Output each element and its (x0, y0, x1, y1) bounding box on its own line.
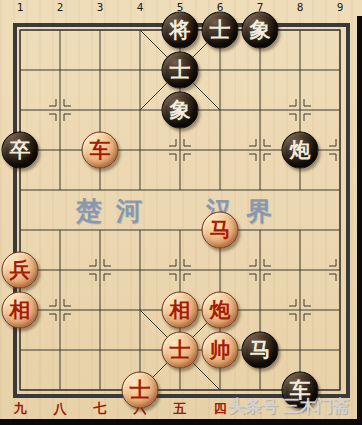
bottom-file-label: 七 (94, 400, 107, 418)
piece-red-chariot[interactable]: 车 (82, 132, 119, 169)
piece-black-cannon[interactable]: 炮 (282, 132, 319, 169)
top-file-label: 8 (297, 1, 304, 14)
piece-red-elephant[interactable]: 相 (162, 292, 199, 329)
piece-red-advisor[interactable]: 士 (122, 372, 159, 409)
top-file-label: 2 (57, 1, 64, 14)
bottom-file-label: 五 (174, 400, 187, 418)
bottom-file-label: 八 (54, 400, 67, 418)
piece-black-elephant[interactable]: 象 (242, 12, 279, 49)
piece-red-cannon[interactable]: 炮 (202, 292, 239, 329)
piece-black-advisor[interactable]: 士 (162, 52, 199, 89)
bottom-file-label: 四 (214, 400, 227, 418)
top-file-label: 4 (137, 1, 144, 14)
watermark: 头条号 三木门斋 (228, 395, 349, 418)
top-file-label: 1 (17, 1, 24, 14)
piece-black-elephant[interactable]: 象 (162, 92, 199, 129)
piece-red-horse[interactable]: 马 (202, 212, 239, 249)
piece-red-general[interactable]: 帅 (202, 332, 239, 369)
top-file-label: 3 (97, 1, 104, 14)
piece-red-advisor[interactable]: 士 (162, 332, 199, 369)
river-text-left: 楚河 (76, 194, 156, 229)
piece-black-horse[interactable]: 马 (242, 332, 279, 369)
piece-red-soldier[interactable]: 兵 (2, 252, 39, 289)
bottom-file-label: 九 (14, 400, 27, 418)
top-file-label: 9 (337, 1, 344, 14)
piece-black-advisor[interactable]: 士 (202, 12, 239, 49)
piece-red-elephant[interactable]: 相 (2, 292, 39, 329)
xiangqi-board-screen: 123456789 九八七六五四 楚河 汉界 将士象士象卒炮马车车马兵相相炮士帅… (0, 0, 362, 425)
piece-black-soldier[interactable]: 卒 (2, 132, 39, 169)
piece-black-general[interactable]: 将 (162, 12, 199, 49)
